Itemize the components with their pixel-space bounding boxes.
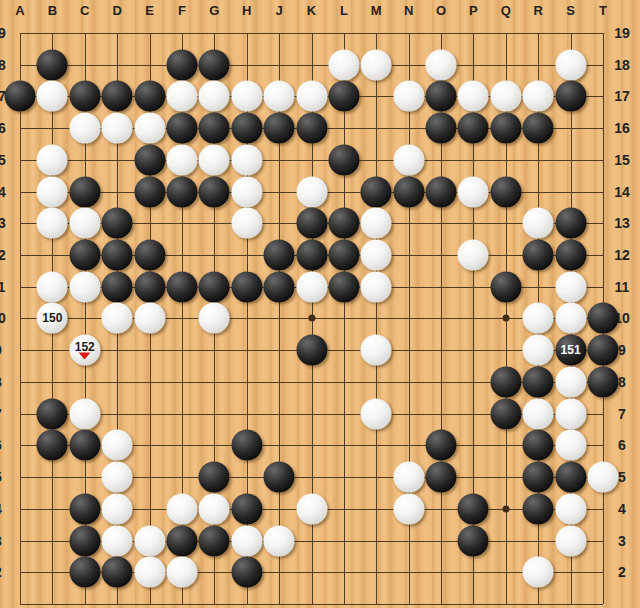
coord-letter-top: J <box>275 3 282 18</box>
black-stone[interactable] <box>393 176 424 207</box>
coord-number-left: 12 <box>0 247 6 263</box>
black-stone[interactable] <box>328 144 359 175</box>
coord-letter-top: H <box>242 3 251 18</box>
white-stone[interactable] <box>296 81 327 112</box>
last-move-marker-icon <box>79 352 91 359</box>
black-stone[interactable] <box>555 81 586 112</box>
white-stone[interactable] <box>166 557 197 588</box>
white-stone[interactable] <box>296 176 327 207</box>
black-stone[interactable] <box>458 113 489 144</box>
coord-number-left: 14 <box>0 184 6 200</box>
black-stone[interactable] <box>264 462 295 493</box>
coord-letter-top: P <box>469 3 478 18</box>
coord-letter-top: M <box>371 3 382 18</box>
coord-number-right: 11 <box>615 279 630 295</box>
black-stone[interactable] <box>231 557 262 588</box>
white-stone[interactable] <box>264 81 295 112</box>
black-stone[interactable] <box>328 81 359 112</box>
black-stone[interactable] <box>199 113 230 144</box>
black-stone[interactable] <box>458 493 489 524</box>
coord-letter-top: K <box>307 3 316 18</box>
black-stone[interactable] <box>555 240 586 271</box>
white-stone[interactable] <box>523 557 554 588</box>
coord-number-right: 13 <box>614 215 630 231</box>
white-stone[interactable] <box>523 398 554 429</box>
move-number: 150 <box>42 313 62 324</box>
black-stone[interactable] <box>231 493 262 524</box>
white-stone[interactable] <box>199 493 230 524</box>
coord-number-right: 3 <box>618 533 626 549</box>
black-stone[interactable] <box>199 525 230 556</box>
black-stone[interactable] <box>523 113 554 144</box>
coord-letter-top: R <box>534 3 543 18</box>
white-stone[interactable] <box>393 144 424 175</box>
black-stone[interactable] <box>458 525 489 556</box>
white-stone[interactable] <box>231 176 262 207</box>
white-stone[interactable] <box>102 525 133 556</box>
black-stone[interactable] <box>490 398 521 429</box>
coord-number-left: 10 <box>0 310 6 326</box>
coord-letter-top: Q <box>501 3 511 18</box>
coord-number-right: 9 <box>618 342 626 358</box>
black-stone[interactable] <box>426 430 457 461</box>
go-board[interactable]: ABCDEFGHJKLMNOPQRST191817161514131211109… <box>0 0 640 608</box>
black-stone[interactable] <box>37 398 68 429</box>
white-stone[interactable] <box>458 240 489 271</box>
coord-letter-top: L <box>340 3 348 18</box>
black-stone[interactable] <box>199 462 230 493</box>
move-number-wrap: 151 <box>561 345 581 356</box>
black-stone[interactable] <box>102 557 133 588</box>
coord-letter-top: G <box>209 3 219 18</box>
white-stone[interactable] <box>199 144 230 175</box>
coord-number-right: 19 <box>614 25 630 41</box>
black-stone[interactable] <box>166 525 197 556</box>
black-stone[interactable] <box>264 240 295 271</box>
white-stone[interactable] <box>393 81 424 112</box>
black-stone[interactable] <box>134 144 165 175</box>
move-number-wrap: 152 <box>75 341 95 359</box>
star-point <box>308 315 315 322</box>
black-stone[interactable] <box>166 113 197 144</box>
coord-number-left: 6 <box>0 437 2 453</box>
white-stone[interactable] <box>426 49 457 80</box>
coord-letter-top: N <box>404 3 413 18</box>
white-stone[interactable] <box>393 493 424 524</box>
black-stone[interactable] <box>69 176 100 207</box>
black-stone[interactable] <box>296 335 327 366</box>
white-stone[interactable] <box>458 176 489 207</box>
white-stone[interactable] <box>37 208 68 239</box>
white-stone[interactable] <box>555 303 586 334</box>
white-stone[interactable] <box>231 81 262 112</box>
star-point <box>502 505 509 512</box>
white-stone[interactable] <box>523 303 554 334</box>
white-stone[interactable] <box>199 303 230 334</box>
black-stone[interactable] <box>490 176 521 207</box>
white-stone[interactable] <box>458 81 489 112</box>
black-stone[interactable] <box>361 176 392 207</box>
black-stone[interactable] <box>555 462 586 493</box>
black-stone[interactable] <box>69 430 100 461</box>
black-stone[interactable] <box>69 81 100 112</box>
white-stone[interactable] <box>555 430 586 461</box>
black-stone[interactable] <box>166 49 197 80</box>
black-stone[interactable] <box>102 81 133 112</box>
white-stone[interactable] <box>166 493 197 524</box>
coord-number-right: 2 <box>618 564 626 580</box>
black-stone[interactable] <box>328 271 359 302</box>
coord-number-left: 11 <box>0 279 5 295</box>
white-stone[interactable] <box>588 462 619 493</box>
white-stone[interactable]: 150 <box>37 303 68 334</box>
coord-number-left: 9 <box>0 342 2 358</box>
white-stone[interactable] <box>296 271 327 302</box>
white-stone[interactable] <box>134 525 165 556</box>
black-stone[interactable] <box>523 240 554 271</box>
coord-number-right: 7 <box>618 406 626 422</box>
coord-number-right: 8 <box>618 374 626 390</box>
coord-letter-top: B <box>48 3 57 18</box>
black-stone[interactable] <box>328 208 359 239</box>
coord-number-right: 17 <box>614 88 630 104</box>
black-stone[interactable] <box>523 430 554 461</box>
coord-number-left: 5 <box>0 469 2 485</box>
grid-line-horizontal <box>20 604 603 605</box>
coord-number-right: 4 <box>618 501 626 517</box>
black-stone[interactable] <box>199 49 230 80</box>
black-stone[interactable] <box>588 366 619 397</box>
black-stone[interactable] <box>490 271 521 302</box>
black-stone[interactable] <box>296 240 327 271</box>
coord-number-left: 19 <box>0 25 6 41</box>
black-stone[interactable] <box>523 366 554 397</box>
white-stone[interactable] <box>69 113 100 144</box>
coord-number-right: 15 <box>614 152 630 168</box>
coord-number-right: 18 <box>614 57 630 73</box>
white-stone[interactable] <box>166 144 197 175</box>
white-stone[interactable] <box>555 493 586 524</box>
white-stone[interactable] <box>523 335 554 366</box>
coord-letter-top: C <box>80 3 89 18</box>
white-stone[interactable] <box>361 49 392 80</box>
black-stone[interactable] <box>490 113 521 144</box>
white-stone[interactable] <box>166 81 197 112</box>
coord-number-right: 14 <box>614 184 630 200</box>
black-stone[interactable] <box>5 81 36 112</box>
white-stone[interactable] <box>296 493 327 524</box>
black-stone[interactable] <box>199 271 230 302</box>
black-stone[interactable] <box>166 271 197 302</box>
black-stone[interactable] <box>69 240 100 271</box>
coord-letter-top: A <box>15 3 24 18</box>
black-stone[interactable] <box>523 493 554 524</box>
black-stone[interactable] <box>102 208 133 239</box>
white-stone[interactable] <box>555 271 586 302</box>
coord-number-right: 6 <box>618 437 626 453</box>
white-stone[interactable] <box>555 525 586 556</box>
coord-letter-top: D <box>112 3 121 18</box>
white-stone[interactable] <box>523 81 554 112</box>
white-stone[interactable] <box>199 81 230 112</box>
white-stone[interactable] <box>102 430 133 461</box>
move-number-wrap: 150 <box>42 313 62 324</box>
white-stone[interactable] <box>523 208 554 239</box>
black-stone[interactable] <box>102 271 133 302</box>
black-stone[interactable] <box>264 271 295 302</box>
coord-number-left: 8 <box>0 374 2 390</box>
coord-letter-top: O <box>436 3 446 18</box>
move-number: 152 <box>75 341 95 352</box>
black-stone[interactable] <box>69 525 100 556</box>
coord-letter-top: E <box>145 3 154 18</box>
coord-number-left: 2 <box>0 564 2 580</box>
white-stone[interactable] <box>102 493 133 524</box>
black-stone[interactable] <box>134 176 165 207</box>
grid-line-vertical <box>344 33 345 604</box>
black-stone[interactable] <box>134 240 165 271</box>
coord-number-left: 4 <box>0 501 2 517</box>
coord-number-right: 12 <box>614 247 630 263</box>
white-stone[interactable] <box>69 208 100 239</box>
grid-line-vertical <box>376 33 377 604</box>
white-stone[interactable] <box>361 335 392 366</box>
black-stone[interactable] <box>555 208 586 239</box>
white-stone[interactable] <box>69 271 100 302</box>
black-stone[interactable] <box>426 462 457 493</box>
black-stone[interactable] <box>588 335 619 366</box>
coord-number-left: 18 <box>0 57 6 73</box>
white-stone[interactable] <box>134 557 165 588</box>
white-stone[interactable] <box>361 271 392 302</box>
black-stone[interactable] <box>231 430 262 461</box>
white-stone[interactable]: 152 <box>69 335 100 366</box>
black-stone[interactable] <box>134 81 165 112</box>
white-stone[interactable] <box>555 366 586 397</box>
white-stone[interactable] <box>37 176 68 207</box>
black-stone[interactable] <box>426 113 457 144</box>
black-stone[interactable] <box>199 176 230 207</box>
white-stone[interactable] <box>102 462 133 493</box>
white-stone[interactable] <box>231 525 262 556</box>
black-stone[interactable] <box>69 557 100 588</box>
white-stone[interactable] <box>231 208 262 239</box>
black-stone[interactable] <box>37 49 68 80</box>
black-stone[interactable] <box>328 240 359 271</box>
coord-number-left: 15 <box>0 152 6 168</box>
coord-letter-top: T <box>599 3 607 18</box>
white-stone[interactable] <box>555 49 586 80</box>
black-stone[interactable] <box>102 240 133 271</box>
black-stone[interactable] <box>231 113 262 144</box>
white-stone[interactable] <box>134 303 165 334</box>
black-stone[interactable] <box>231 271 262 302</box>
white-stone[interactable] <box>555 398 586 429</box>
coord-number-left: 7 <box>0 406 2 422</box>
black-stone[interactable] <box>134 271 165 302</box>
white-stone[interactable] <box>37 144 68 175</box>
white-stone[interactable] <box>361 398 392 429</box>
black-stone[interactable] <box>296 208 327 239</box>
black-stone[interactable] <box>588 303 619 334</box>
black-stone[interactable] <box>426 176 457 207</box>
black-stone[interactable] <box>166 176 197 207</box>
black-stone[interactable] <box>523 462 554 493</box>
white-stone[interactable] <box>393 462 424 493</box>
black-stone[interactable] <box>490 366 521 397</box>
white-stone[interactable] <box>490 81 521 112</box>
white-stone[interactable] <box>37 81 68 112</box>
white-stone[interactable] <box>69 398 100 429</box>
coord-number-right: 5 <box>618 469 626 485</box>
black-stone[interactable] <box>264 113 295 144</box>
black-stone[interactable] <box>426 81 457 112</box>
white-stone[interactable] <box>102 303 133 334</box>
white-stone[interactable] <box>134 113 165 144</box>
white-stone[interactable] <box>361 208 392 239</box>
black-stone[interactable] <box>37 430 68 461</box>
black-stone[interactable] <box>69 493 100 524</box>
white-stone[interactable] <box>231 144 262 175</box>
move-number: 151 <box>561 345 581 356</box>
coord-number-left: 3 <box>0 533 2 549</box>
coord-number-left: 13 <box>0 215 6 231</box>
white-stone[interactable] <box>37 271 68 302</box>
white-stone[interactable] <box>264 525 295 556</box>
coord-number-right: 16 <box>614 120 630 136</box>
white-stone[interactable] <box>328 49 359 80</box>
coord-letter-top: F <box>178 3 186 18</box>
star-point <box>502 315 509 322</box>
black-stone[interactable] <box>296 113 327 144</box>
black-stone[interactable]: 151 <box>555 335 586 366</box>
white-stone[interactable] <box>102 113 133 144</box>
coord-letter-top: S <box>566 3 575 18</box>
white-stone[interactable] <box>361 240 392 271</box>
coord-number-left: 16 <box>0 120 6 136</box>
